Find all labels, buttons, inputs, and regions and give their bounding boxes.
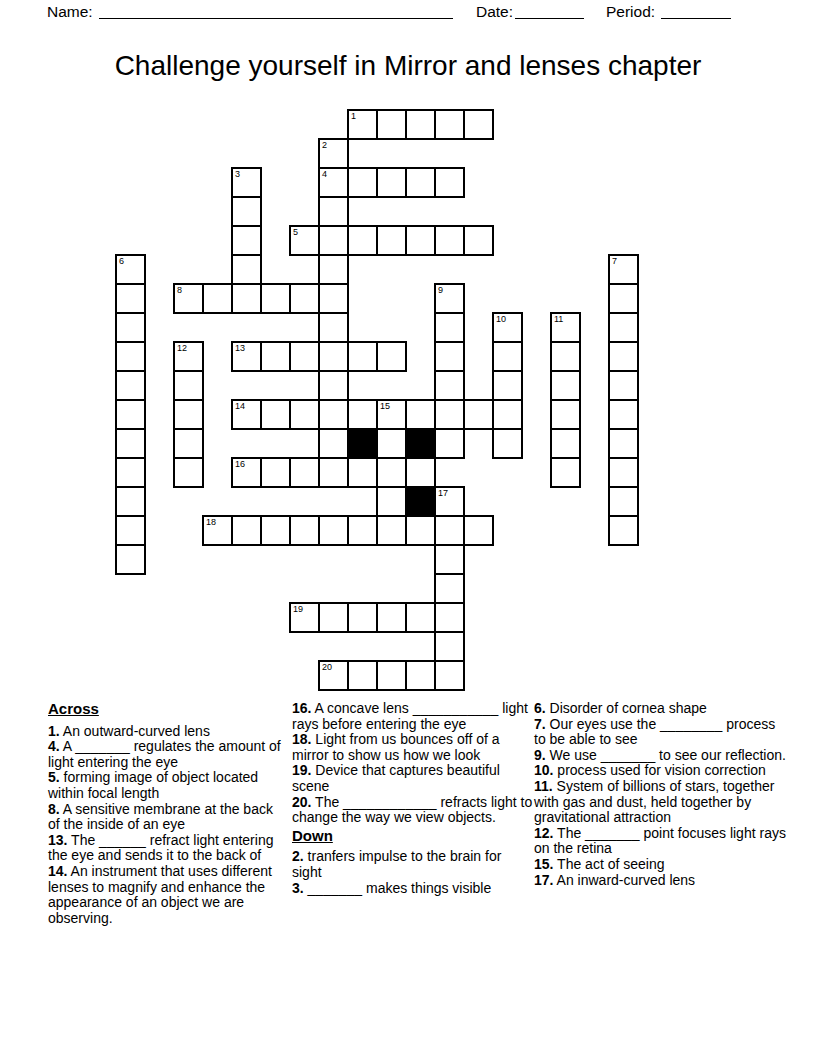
down-header: Down: [292, 828, 534, 844]
cell-r2c4[interactable]: 3: [231, 167, 262, 198]
cell-r9c11[interactable]: [434, 370, 465, 401]
clue-across-8: 8. A sensitive membrane at the back of t…: [48, 802, 286, 833]
clue-number-10: 10: [496, 314, 506, 325]
clue-down-6: 6. Disorder of cornea shape: [534, 701, 786, 717]
cell-r14c12[interactable]: [463, 515, 494, 546]
clue-number-18: 18: [206, 517, 216, 528]
cell-r2c7[interactable]: 4: [318, 167, 349, 198]
cell-r8c13[interactable]: [492, 341, 523, 372]
cell-r4c8[interactable]: [347, 225, 378, 256]
cell-r5c4[interactable]: [231, 254, 262, 285]
clue-text: _______ makes things visible: [304, 880, 492, 896]
cell-r13c17[interactable]: [608, 486, 639, 517]
cell-r11c11[interactable]: [434, 428, 465, 459]
cell-r11c7[interactable]: [318, 428, 349, 459]
clue-across-18: 18. Light from us bounces off of a mirro…: [292, 732, 534, 763]
clue-number-2: 2: [322, 140, 327, 151]
clue-number-20: 20: [322, 662, 332, 673]
clue-number-label: 17.: [534, 872, 553, 888]
cell-r10c2[interactable]: [173, 399, 204, 430]
clues-column-1: Across1. An outward-curved lens4. A ____…: [48, 701, 286, 926]
cell-r14c7[interactable]: [318, 515, 349, 546]
cell-r14c3[interactable]: 18: [202, 515, 233, 546]
clue-text: process used for vision correction: [553, 762, 765, 778]
cell-r11c9[interactable]: [376, 428, 407, 459]
clue-number-13: 13: [235, 343, 245, 354]
clue-number-label: 12.: [534, 825, 553, 841]
cell-r10c10[interactable]: [405, 399, 436, 430]
cell-r19c8[interactable]: [347, 660, 378, 691]
cell-r10c8[interactable]: [347, 399, 378, 430]
cell-r11c13[interactable]: [492, 428, 523, 459]
cell-r11c17[interactable]: [608, 428, 639, 459]
cell-r0c9[interactable]: [376, 109, 407, 140]
cell-r6c4[interactable]: [231, 283, 262, 314]
clue-number-label: 1.: [48, 723, 60, 739]
clue-text: A concave lens ___________ light rays be…: [292, 700, 528, 732]
cell-r8c6[interactable]: [289, 341, 320, 372]
cell-r14c8[interactable]: [347, 515, 378, 546]
clue-text: forming image of object located within f…: [48, 769, 258, 801]
clue-number-12: 12: [177, 343, 187, 354]
clue-down-17: 17. An inward-curved lens: [534, 873, 786, 889]
cell-r7c0[interactable]: [115, 312, 146, 343]
cell-r4c4[interactable]: [231, 225, 262, 256]
clue-text: The act of seeing: [553, 856, 664, 872]
cell-r10c17[interactable]: [608, 399, 639, 430]
clue-text: Light from us bounces off of a mirror to…: [292, 731, 500, 763]
clue-number-label: 13.: [48, 832, 67, 848]
cell-r2c8[interactable]: [347, 167, 378, 198]
clue-number-7: 7: [612, 256, 617, 267]
clue-number-label: 5.: [48, 769, 60, 785]
cell-r4c6[interactable]: 5: [289, 225, 320, 256]
cell-r15c11[interactable]: [434, 544, 465, 575]
date-blank-line: [515, 3, 584, 19]
cell-r14c9[interactable]: [376, 515, 407, 546]
cell-r10c12[interactable]: [463, 399, 494, 430]
clue-number-label: 6.: [534, 700, 546, 716]
clue-number-label: 14.: [48, 863, 67, 879]
clue-number-16: 16: [235, 459, 245, 470]
clue-number-label: 20.: [292, 794, 311, 810]
cell-r6c3[interactable]: [202, 283, 233, 314]
cell-r8c11[interactable]: [434, 341, 465, 372]
cell-r12c9[interactable]: [376, 457, 407, 488]
cell-r6c0[interactable]: [115, 283, 146, 314]
crossword-grid: 1234567891011121314151617181920: [115, 109, 640, 692]
cell-r14c0[interactable]: [115, 515, 146, 546]
clue-number-label: 15.: [534, 856, 553, 872]
clues-column-3: 6. Disorder of cornea shape7. Our eyes u…: [534, 701, 786, 888]
cell-r8c5[interactable]: [260, 341, 291, 372]
clue-down-15: 15. The act of seeing: [534, 857, 786, 873]
cell-r8c0[interactable]: [115, 341, 146, 372]
clue-number-9: 9: [438, 285, 443, 296]
clue-text: System of billions of stars, together wi…: [534, 778, 774, 825]
cell-r2c9[interactable]: [376, 167, 407, 198]
clue-text: Device that captures beautiful scene: [292, 762, 500, 794]
clue-number-19: 19: [293, 604, 303, 615]
clue-number-label: 3.: [292, 880, 304, 896]
clue-across-1: 1. An outward-curved lens: [48, 724, 286, 740]
cell-r12c15[interactable]: [550, 457, 581, 488]
cell-r2c11[interactable]: [434, 167, 465, 198]
clue-down-12: 12. The _______ point focuses light rays…: [534, 826, 786, 857]
cell-r17c10[interactable]: [405, 602, 436, 633]
name-blank-line: [99, 3, 453, 19]
cell-r5c0[interactable]: 6: [115, 254, 146, 285]
cell-r17c6[interactable]: 19: [289, 602, 320, 633]
cell-r8c4[interactable]: 13: [231, 341, 262, 372]
cell-r0c10[interactable]: [405, 109, 436, 140]
clue-down-3: 3. _______ makes things visible: [292, 881, 534, 897]
cell-r16c11[interactable]: [434, 573, 465, 604]
clue-down-2: 2. tranfers impulse to the brain for sig…: [292, 849, 534, 880]
clue-number-8: 8: [177, 285, 182, 296]
cell-r12c0[interactable]: [115, 457, 146, 488]
cell-r8c9[interactable]: [376, 341, 407, 372]
cell-r8c8[interactable]: [347, 341, 378, 372]
clue-number-label: 2.: [292, 848, 304, 864]
clue-number-label: 7.: [534, 716, 546, 732]
cell-r7c7[interactable]: [318, 312, 349, 343]
cell-r14c5[interactable]: [260, 515, 291, 546]
black-cell-r13c10: [405, 486, 436, 517]
clue-text: Our eyes use the ________ process to be …: [534, 716, 775, 748]
cell-r9c13[interactable]: [492, 370, 523, 401]
cell-r17c11[interactable]: [434, 602, 465, 633]
clue-text: tranfers impulse to the brain for sight: [292, 848, 501, 880]
cell-r3c7[interactable]: [318, 196, 349, 227]
cell-r11c15[interactable]: [550, 428, 581, 459]
clue-number-label: 18.: [292, 731, 311, 747]
clue-number-4: 4: [322, 169, 327, 180]
cell-r19c9[interactable]: [376, 660, 407, 691]
cell-r7c17[interactable]: [608, 312, 639, 343]
clue-number-15: 15: [380, 401, 390, 412]
clue-text: A sensitive membrane at the back of the …: [48, 801, 273, 833]
cell-r12c6[interactable]: [289, 457, 320, 488]
clue-number-6: 6: [119, 256, 124, 267]
cell-r14c4[interactable]: [231, 515, 262, 546]
clue-across-16: 16. A concave lens ___________ light ray…: [292, 701, 534, 732]
cell-r7c11[interactable]: [434, 312, 465, 343]
cell-r6c5[interactable]: [260, 283, 291, 314]
clue-text: Disorder of cornea shape: [546, 700, 707, 716]
clue-across-13: 13. The ______ refract light entering th…: [48, 833, 286, 864]
clue-number-label: 16.: [292, 700, 311, 716]
cell-r19c10[interactable]: [405, 660, 436, 691]
cell-r10c15[interactable]: [550, 399, 581, 430]
clue-number-label: 10.: [534, 762, 553, 778]
cell-r0c8[interactable]: 1: [347, 109, 378, 140]
clue-across-19: 19. Device that captures beautiful scene: [292, 763, 534, 794]
clue-down-9: 9. We use _______ to see our reflection.: [534, 748, 786, 764]
clue-number-label: 4.: [48, 738, 60, 754]
clue-text: We use _______ to see our reflection.: [546, 747, 786, 763]
cell-r17c7[interactable]: [318, 602, 349, 633]
clue-down-7: 7. Our eyes use the ________ process to …: [534, 717, 786, 748]
cell-r6c7[interactable]: [318, 283, 349, 314]
cell-r2c10[interactable]: [405, 167, 436, 198]
cell-r14c6[interactable]: [289, 515, 320, 546]
black-cell-r11c10: [405, 428, 436, 459]
cell-r15c0[interactable]: [115, 544, 146, 575]
clue-text: An inward-curved lens: [553, 872, 695, 888]
cell-r17c8[interactable]: [347, 602, 378, 633]
period-blank-line: [661, 3, 731, 19]
clue-across-5: 5. forming image of object located withi…: [48, 770, 286, 801]
cell-r10c5[interactable]: [260, 399, 291, 430]
cell-r13c9[interactable]: [376, 486, 407, 517]
across-header: Across: [48, 701, 286, 717]
clue-down-10: 10. process used for vision correction: [534, 763, 786, 779]
clue-across-20: 20. The ____________ refracts light to c…: [292, 795, 534, 826]
cell-r10c6[interactable]: [289, 399, 320, 430]
cell-r11c0[interactable]: [115, 428, 146, 459]
cell-r7c13[interactable]: 10: [492, 312, 523, 343]
clue-text: A _______ regulates the amount of light …: [48, 738, 281, 770]
cell-r14c11[interactable]: [434, 515, 465, 546]
worksheet-page: Name: Date: Period: Challenge yourself i…: [0, 0, 816, 1056]
clue-text: An instrument that uses different lenses…: [48, 863, 272, 926]
clue-number-label: 9.: [534, 747, 546, 763]
cell-r7c15[interactable]: 11: [550, 312, 581, 343]
cell-r12c7[interactable]: [318, 457, 349, 488]
cell-r4c7[interactable]: [318, 225, 349, 256]
clue-number-17: 17: [438, 488, 448, 499]
clue-number-label: 19.: [292, 762, 311, 778]
cell-r18c11[interactable]: [434, 631, 465, 662]
clue-text: An outward-curved lens: [60, 723, 210, 739]
clue-number-3: 3: [235, 169, 240, 180]
cell-r10c0[interactable]: [115, 399, 146, 430]
cell-r4c12[interactable]: [463, 225, 494, 256]
cell-r8c15[interactable]: [550, 341, 581, 372]
cell-r19c11[interactable]: [434, 660, 465, 691]
clue-number-5: 5: [293, 227, 298, 238]
cell-r1c7[interactable]: 2: [318, 138, 349, 169]
clue-text: The _______ point focuses light rays on …: [534, 825, 786, 857]
clue-number-label: 11.: [534, 778, 553, 794]
cell-r4c9[interactable]: [376, 225, 407, 256]
clue-number-14: 14: [235, 401, 245, 412]
cell-r6c17[interactable]: [608, 283, 639, 314]
cell-r6c6[interactable]: [289, 283, 320, 314]
cell-r13c0[interactable]: [115, 486, 146, 517]
cell-r9c7[interactable]: [318, 370, 349, 401]
cell-r10c13[interactable]: [492, 399, 523, 430]
cell-r10c11[interactable]: [434, 399, 465, 430]
cell-r5c7[interactable]: [318, 254, 349, 285]
clue-down-11: 11. System of billions of stars, togethe…: [534, 779, 786, 826]
cell-r9c0[interactable]: [115, 370, 146, 401]
clues-column-2: 16. A concave lens ___________ light ray…: [292, 701, 534, 896]
cell-r0c12[interactable]: [463, 109, 494, 140]
clue-text: The ______ refract light entering the ey…: [48, 832, 273, 864]
cell-r12c8[interactable]: [347, 457, 378, 488]
cell-r12c4[interactable]: 16: [231, 457, 262, 488]
cell-r9c17[interactable]: [608, 370, 639, 401]
page-title: Challenge yourself in Mirror and lenses …: [0, 50, 816, 82]
cell-r10c9[interactable]: 15: [376, 399, 407, 430]
cell-r12c5[interactable]: [260, 457, 291, 488]
cell-r0c11[interactable]: [434, 109, 465, 140]
cell-r13c11[interactable]: 17: [434, 486, 465, 517]
cell-r8c17[interactable]: [608, 341, 639, 372]
cell-r12c10[interactable]: [405, 457, 436, 488]
period-label: Period:: [606, 3, 655, 21]
cell-r4c10[interactable]: [405, 225, 436, 256]
cell-r9c2[interactable]: [173, 370, 204, 401]
cell-r5c17[interactable]: 7: [608, 254, 639, 285]
cell-r12c17[interactable]: [608, 457, 639, 488]
cell-r10c7[interactable]: [318, 399, 349, 430]
name-label: Name:: [47, 3, 93, 21]
clue-number-11: 11: [554, 314, 563, 325]
cell-r14c10[interactable]: [405, 515, 436, 546]
cell-r8c2[interactable]: 12: [173, 341, 204, 372]
cell-r6c11[interactable]: 9: [434, 283, 465, 314]
clue-across-14: 14. An instrument that uses different le…: [48, 864, 286, 926]
black-cell-r11c8: [347, 428, 378, 459]
cell-r9c15[interactable]: [550, 370, 581, 401]
cell-r14c17[interactable]: [608, 515, 639, 546]
cell-r3c4[interactable]: [231, 196, 262, 227]
cell-r19c7[interactable]: 20: [318, 660, 349, 691]
clue-number-label: 8.: [48, 801, 60, 817]
clue-across-4: 4. A _______ regulates the amount of lig…: [48, 739, 286, 770]
cell-r6c2[interactable]: 8: [173, 283, 204, 314]
cell-r11c2[interactable]: [173, 428, 204, 459]
clue-text: The ____________ refracts light to chang…: [292, 794, 532, 826]
cell-r12c2[interactable]: [173, 457, 204, 488]
date-label: Date:: [476, 3, 513, 21]
clue-number-1: 1: [351, 111, 356, 122]
cell-r4c11[interactable]: [434, 225, 465, 256]
cell-r10c4[interactable]: 14: [231, 399, 262, 430]
cell-r17c9[interactable]: [376, 602, 407, 633]
cell-r8c7[interactable]: [318, 341, 349, 372]
